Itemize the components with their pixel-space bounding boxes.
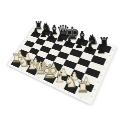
coord-1-left: 1 — [10, 60, 12, 62]
coord-6-left: 6 — [27, 37, 29, 38]
coord-h-bottom: h — [79, 97, 81, 99]
chess-set-product-photo[interactable]: aa88bb77cc66dd55ee44ff33gg22hh11 ♜♞♝♛♚♝♞… — [0, 0, 120, 120]
coord-a-bottom: a — [13, 66, 15, 68]
coord-e-bottom: e — [46, 82, 48, 84]
coord-3-right: 3 — [97, 82, 99, 84]
coord-h-top: h — [105, 43, 107, 45]
coord-7-left: 7 — [30, 33, 32, 34]
coord-5-left: 5 — [24, 41, 26, 42]
coord-b-top: b — [47, 29, 49, 30]
coord-6-right: 6 — [106, 62, 108, 64]
coord-d-top: d — [64, 33, 66, 34]
coord-b-bottom: b — [20, 70, 22, 72]
coord-3-left: 3 — [17, 51, 19, 52]
coord-8-right: 8 — [111, 50, 113, 52]
chess-board-mat: aa88bb77cc66dd55ee44ff33gg22hh11 — [7, 25, 117, 105]
coord-e-top: e — [73, 35, 75, 36]
coord-d-bottom: d — [37, 77, 39, 79]
coord-4-left: 4 — [21, 46, 23, 47]
coord-8-left: 8 — [33, 28, 35, 29]
coord-c-bottom: c — [29, 73, 31, 75]
coord-g-top: g — [94, 41, 96, 43]
coord-c-top: c — [56, 31, 58, 32]
coord-a-top: a — [40, 27, 42, 28]
coord-f-top: f — [83, 38, 85, 40]
coord-7-right: 7 — [109, 56, 111, 58]
coord-g-bottom: g — [67, 92, 69, 94]
coord-4-right: 4 — [100, 75, 102, 77]
coord-1-right: 1 — [90, 96, 93, 99]
coord-f-bottom: f — [57, 86, 59, 88]
coord-5-right: 5 — [103, 68, 105, 70]
coord-2-right: 2 — [94, 89, 97, 91]
coord-2-left: 2 — [14, 55, 16, 57]
